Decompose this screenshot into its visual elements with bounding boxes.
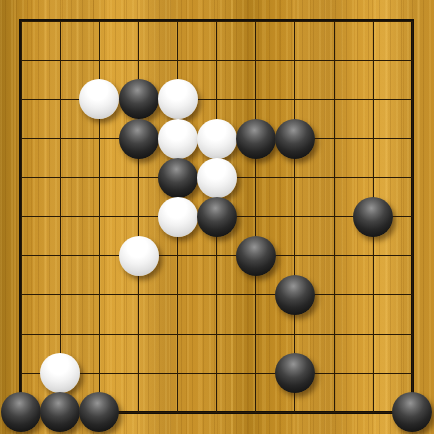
black-stone bbox=[392, 392, 432, 432]
black-stone bbox=[40, 392, 80, 432]
black-stone bbox=[275, 275, 315, 315]
white-stone bbox=[197, 119, 237, 159]
black-stone bbox=[197, 197, 237, 237]
grid-line-vertical bbox=[334, 21, 335, 412]
grid-line-horizontal bbox=[21, 334, 412, 335]
white-stone bbox=[158, 197, 198, 237]
black-stone bbox=[119, 79, 159, 119]
black-stone bbox=[79, 392, 119, 432]
grid-line-vertical bbox=[412, 21, 413, 412]
white-stone bbox=[158, 119, 198, 159]
white-stone bbox=[119, 236, 159, 276]
black-stone bbox=[275, 353, 315, 393]
white-stone bbox=[158, 79, 198, 119]
black-stone bbox=[236, 119, 276, 159]
white-stone bbox=[197, 158, 237, 198]
black-stone bbox=[353, 197, 393, 237]
black-stone bbox=[236, 236, 276, 276]
go-board[interactable] bbox=[0, 0, 434, 434]
grid-line-vertical bbox=[255, 21, 256, 412]
black-stone bbox=[1, 392, 41, 432]
black-stone bbox=[275, 119, 315, 159]
grid-line-horizontal bbox=[21, 294, 412, 295]
black-stone bbox=[158, 158, 198, 198]
black-stone bbox=[119, 119, 159, 159]
grid-line-horizontal bbox=[21, 255, 412, 256]
